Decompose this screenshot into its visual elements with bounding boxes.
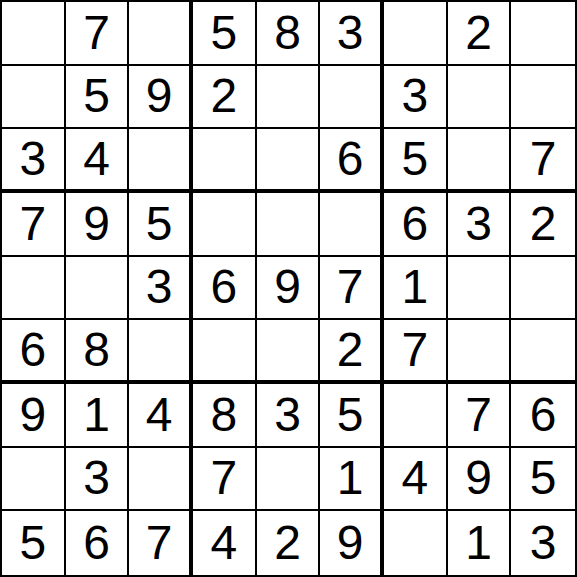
cell-r6c6[interactable]: 2 (320, 320, 384, 384)
cell-r1c5[interactable]: 8 (257, 2, 321, 66)
cell-r3c9[interactable]: 7 (511, 129, 575, 193)
cell-r9c7[interactable] (384, 511, 448, 575)
cell-r9c5[interactable]: 2 (257, 511, 321, 575)
cell-r8c1[interactable] (2, 448, 66, 512)
cell-r2c7[interactable]: 3 (384, 66, 448, 130)
cell-r6c7[interactable]: 7 (384, 320, 448, 384)
cell-r2c3[interactable]: 9 (129, 66, 193, 130)
cell-r6c9[interactable] (511, 320, 575, 384)
cell-r7c9[interactable]: 6 (511, 384, 575, 448)
cell-r9c3[interactable]: 7 (129, 511, 193, 575)
cell-r3c3[interactable] (129, 129, 193, 193)
cell-r3c6[interactable]: 6 (320, 129, 384, 193)
cell-r6c5[interactable] (257, 320, 321, 384)
cell-r8c4[interactable]: 7 (193, 448, 257, 512)
cell-r1c9[interactable] (511, 2, 575, 66)
cell-r1c7[interactable] (384, 2, 448, 66)
cell-r2c9[interactable] (511, 66, 575, 130)
cell-r5c5[interactable]: 9 (257, 257, 321, 321)
cell-r7c4[interactable]: 8 (193, 384, 257, 448)
cell-r2c6[interactable] (320, 66, 384, 130)
cell-r4c9[interactable]: 2 (511, 193, 575, 257)
cell-r7c5[interactable]: 3 (257, 384, 321, 448)
sudoku-board: 7583259233465779563236971682791483576371… (0, 0, 577, 577)
cell-r8c7[interactable]: 4 (384, 448, 448, 512)
cell-r9c6[interactable]: 9 (320, 511, 384, 575)
cell-r4c3[interactable]: 5 (129, 193, 193, 257)
cell-r6c1[interactable]: 6 (2, 320, 66, 384)
cell-r9c9[interactable]: 3 (511, 511, 575, 575)
cell-r9c2[interactable]: 6 (66, 511, 130, 575)
cell-r9c8[interactable]: 1 (448, 511, 512, 575)
cell-r1c3[interactable] (129, 2, 193, 66)
cell-r8c9[interactable]: 5 (511, 448, 575, 512)
cell-r7c1[interactable]: 9 (2, 384, 66, 448)
cell-r1c4[interactable]: 5 (193, 2, 257, 66)
cell-r3c5[interactable] (257, 129, 321, 193)
cell-r1c1[interactable] (2, 2, 66, 66)
cell-r6c8[interactable] (448, 320, 512, 384)
cell-r1c8[interactable]: 2 (448, 2, 512, 66)
cell-r6c4[interactable] (193, 320, 257, 384)
cell-r1c6[interactable]: 3 (320, 2, 384, 66)
cell-r2c2[interactable]: 5 (66, 66, 130, 130)
cell-r5c9[interactable] (511, 257, 575, 321)
cell-r3c1[interactable]: 3 (2, 129, 66, 193)
cell-r4c1[interactable]: 7 (2, 193, 66, 257)
cell-r6c2[interactable]: 8 (66, 320, 130, 384)
cell-r4c4[interactable] (193, 193, 257, 257)
cell-r8c5[interactable] (257, 448, 321, 512)
cell-r3c8[interactable] (448, 129, 512, 193)
cell-r5c4[interactable]: 6 (193, 257, 257, 321)
cell-r2c1[interactable] (2, 66, 66, 130)
cell-r5c8[interactable] (448, 257, 512, 321)
cell-r2c8[interactable] (448, 66, 512, 130)
cell-r7c6[interactable]: 5 (320, 384, 384, 448)
cell-r7c3[interactable]: 4 (129, 384, 193, 448)
cell-r8c3[interactable] (129, 448, 193, 512)
cell-r3c7[interactable]: 5 (384, 129, 448, 193)
cell-r3c4[interactable] (193, 129, 257, 193)
cell-r5c2[interactable] (66, 257, 130, 321)
cell-r4c8[interactable]: 3 (448, 193, 512, 257)
cell-r5c6[interactable]: 7 (320, 257, 384, 321)
cell-r9c1[interactable]: 5 (2, 511, 66, 575)
cell-r4c2[interactable]: 9 (66, 193, 130, 257)
cell-r9c4[interactable]: 4 (193, 511, 257, 575)
cell-r5c3[interactable]: 3 (129, 257, 193, 321)
cell-r4c6[interactable] (320, 193, 384, 257)
cell-r8c6[interactable]: 1 (320, 448, 384, 512)
cell-r4c5[interactable] (257, 193, 321, 257)
cell-r7c8[interactable]: 7 (448, 384, 512, 448)
cell-r5c1[interactable] (2, 257, 66, 321)
cell-r5c7[interactable]: 1 (384, 257, 448, 321)
cell-r3c2[interactable]: 4 (66, 129, 130, 193)
cell-r7c2[interactable]: 1 (66, 384, 130, 448)
cell-r7c7[interactable] (384, 384, 448, 448)
cell-r8c2[interactable]: 3 (66, 448, 130, 512)
cell-r8c8[interactable]: 9 (448, 448, 512, 512)
cell-r2c5[interactable] (257, 66, 321, 130)
cell-r6c3[interactable] (129, 320, 193, 384)
cell-r2c4[interactable]: 2 (193, 66, 257, 130)
cell-r4c7[interactable]: 6 (384, 193, 448, 257)
cell-r1c2[interactable]: 7 (66, 2, 130, 66)
